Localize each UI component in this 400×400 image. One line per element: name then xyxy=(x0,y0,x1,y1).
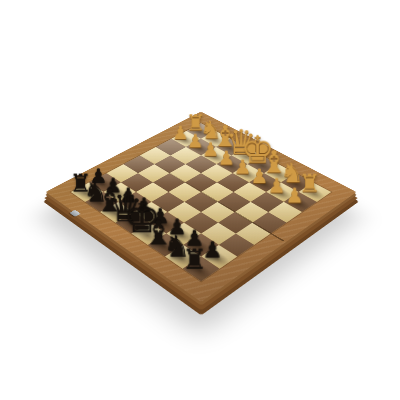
photo-background: ♜♞♝♛♚♝♞♜♟♟♟♟♟♟♟♟♟♟♟♟♟♟♟♟♜♞♝♛♚♝♞♜ xyxy=(0,0,400,400)
square[interactable]: ♜ xyxy=(183,257,220,282)
black-rook[interactable]: ♜ xyxy=(168,247,221,273)
chess-board: ♜♞♝♛♚♝♞♜♟♟♟♟♟♟♟♟♟♟♟♟♟♟♟♟♜♞♝♛♚♝♞♜ xyxy=(45,112,356,303)
board-grid: ♜♞♝♛♚♝♞♜♟♟♟♟♟♟♟♟♟♟♟♟♟♟♟♟♜♞♝♛♚♝♞♜ xyxy=(71,123,331,281)
white-pawn[interactable]: ♟ xyxy=(271,186,319,205)
metal-clasp[interactable] xyxy=(69,210,81,217)
square[interactable]: ♟ xyxy=(284,192,317,212)
